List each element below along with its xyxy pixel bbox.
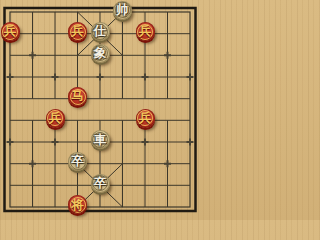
- piece-glyph: 帅: [116, 3, 129, 16]
- piece-red-pawn[interactable]: 兵: [68, 22, 87, 41]
- piece-glyph: 兵: [49, 112, 62, 125]
- piece-ivory-general[interactable]: 帅: [113, 1, 132, 20]
- piece-glyph: 卒: [71, 155, 84, 168]
- piece-red-pawn[interactable]: 兵: [136, 22, 155, 41]
- piece-glyph: 兵: [139, 112, 152, 125]
- piece-glyph: 兵: [139, 25, 152, 38]
- piece-red-pawn[interactable]: 兵: [136, 109, 155, 128]
- piece-red-horse[interactable]: 马: [68, 87, 87, 106]
- piece-glyph: 将: [71, 198, 84, 211]
- piece-glyph: 象: [94, 47, 107, 60]
- xiangqi-board: 帅兵兵仕兵象马兵兵車卒卒将: [0, 1, 200, 218]
- piece-glyph: 兵: [4, 25, 17, 38]
- piece-ivory-advisor[interactable]: 仕: [91, 22, 110, 41]
- piece-red-general[interactable]: 将: [68, 195, 87, 214]
- piece-glyph: 仕: [94, 25, 107, 38]
- piece-ivory-pawn[interactable]: 卒: [68, 152, 87, 171]
- xiangqi-app: 帅兵兵仕兵象马兵兵車卒卒将: [0, 0, 200, 220]
- piece-glyph: 卒: [94, 177, 107, 190]
- piece-red-pawn[interactable]: 兵: [46, 109, 65, 128]
- piece-red-pawn[interactable]: 兵: [1, 22, 20, 41]
- piece-glyph: 車: [94, 133, 107, 146]
- piece-ivory-elephant[interactable]: 象: [91, 44, 110, 63]
- piece-ivory-pawn[interactable]: 卒: [91, 174, 110, 193]
- piece-glyph: 马: [71, 90, 84, 103]
- piece-glyph: 兵: [71, 25, 84, 38]
- piece-ivory-chariot[interactable]: 車: [91, 130, 110, 149]
